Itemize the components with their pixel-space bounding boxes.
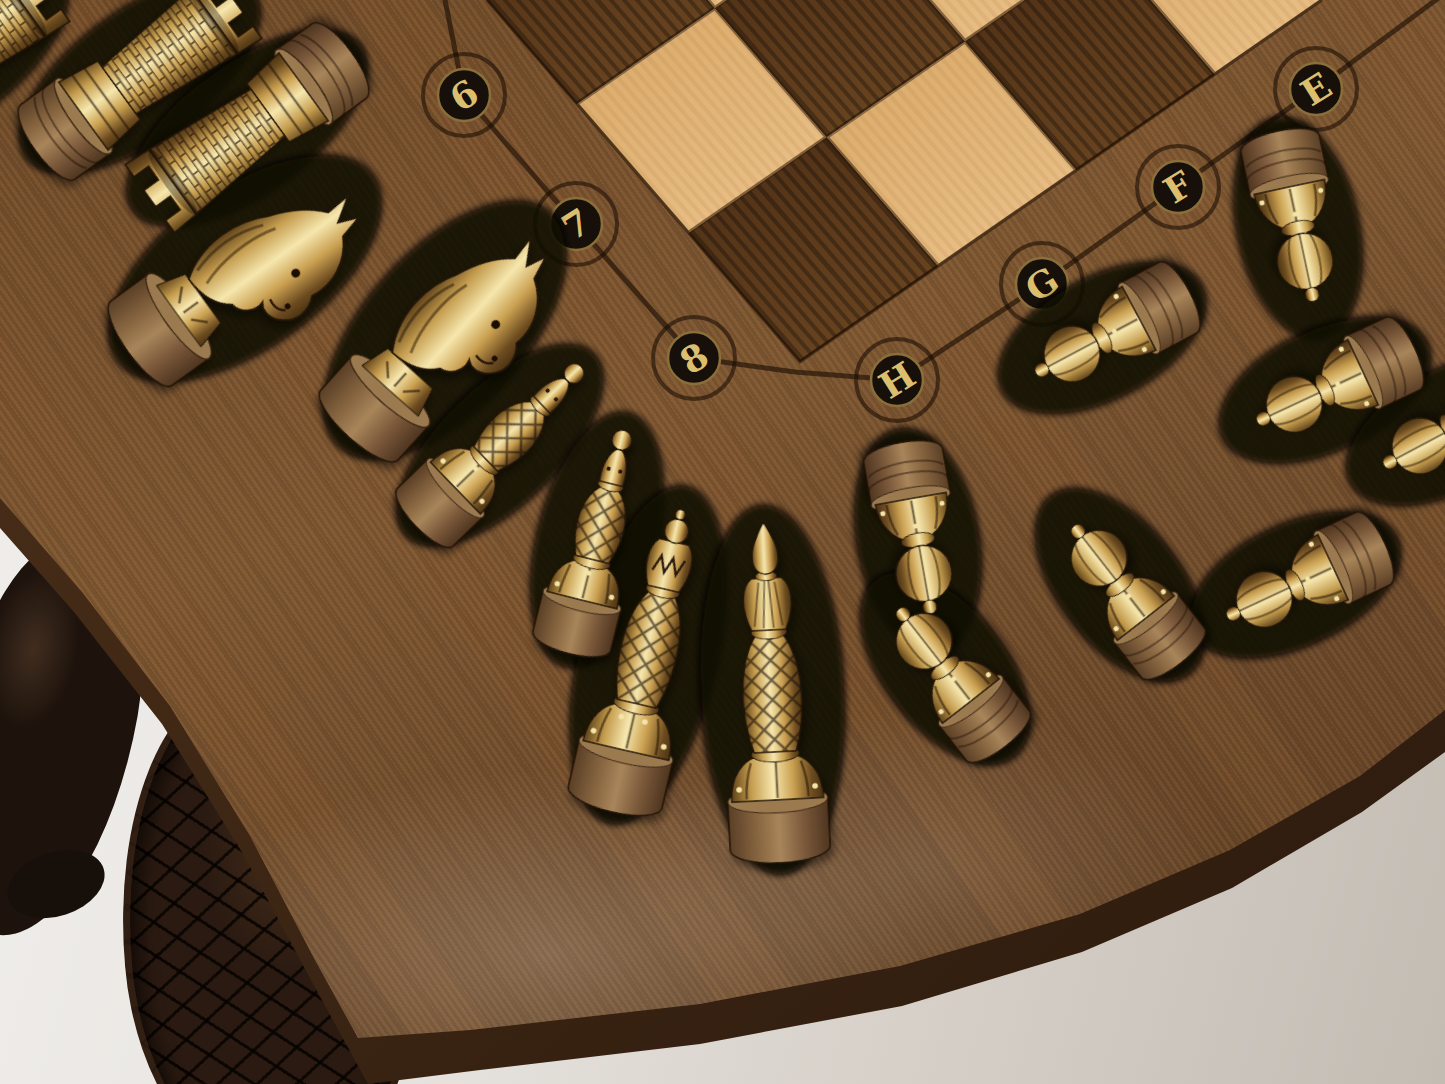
chess-table-photo: 678HGFE [0,0,1445,1084]
chess-board [0,0,1445,362]
